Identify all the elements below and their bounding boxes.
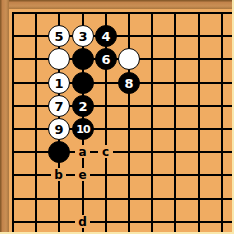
point-label-e[interactable]: e	[75, 168, 90, 181]
grid-line-vertical	[221, 12, 223, 232]
go-stone-white[interactable]	[118, 48, 140, 70]
page-background: 53461872910 acbed	[0, 0, 234, 234]
point-label-c[interactable]: c	[98, 145, 113, 158]
stone-move-number: 4	[101, 30, 110, 43]
stone-move-number: 1	[54, 77, 63, 90]
point-label-d[interactable]: d	[75, 215, 90, 228]
go-stone-black-6[interactable]: 6	[95, 48, 117, 70]
board-frame-top	[0, 0, 232, 9]
stone-move-number: 7	[54, 100, 63, 113]
stone-move-number: 2	[78, 100, 87, 113]
point-label-a[interactable]: a	[75, 145, 90, 158]
go-stone-black-10[interactable]: 10	[72, 118, 94, 140]
grid-line-horizontal	[12, 198, 232, 200]
go-stone-white-1[interactable]: 1	[48, 72, 70, 94]
stone-move-number: 9	[54, 123, 63, 136]
go-stone-white-5[interactable]: 5	[48, 25, 70, 47]
go-stone-black[interactable]	[72, 72, 94, 94]
go-stone-black-8[interactable]: 8	[118, 72, 140, 94]
stone-move-number: 10	[76, 124, 89, 135]
stone-move-number: 5	[54, 30, 63, 43]
go-stone-black-4[interactable]: 4	[95, 25, 117, 47]
stone-move-number: 8	[124, 77, 133, 90]
go-stone-black-2[interactable]: 2	[72, 95, 94, 117]
board-frame-left	[0, 0, 9, 232]
go-stone-white-9[interactable]: 9	[48, 118, 70, 140]
point-label-b[interactable]: b	[51, 168, 66, 181]
go-stone-black[interactable]	[72, 48, 94, 70]
go-stone-white[interactable]	[48, 48, 70, 70]
go-board-diagram: 53461872910 acbed	[0, 0, 232, 232]
stone-move-number: 3	[78, 30, 87, 43]
grid-line-horizontal	[12, 221, 232, 223]
go-stone-black[interactable]	[48, 141, 70, 163]
stone-move-number: 6	[101, 53, 110, 66]
go-stone-white-3[interactable]: 3	[72, 25, 94, 47]
go-stone-white-7[interactable]: 7	[48, 95, 70, 117]
